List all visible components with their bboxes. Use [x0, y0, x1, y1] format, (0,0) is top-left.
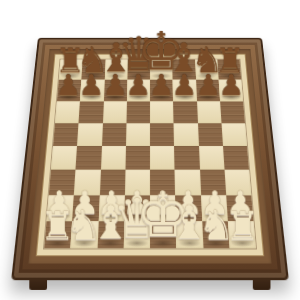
- square-d5[interactable]: [126, 123, 150, 146]
- square-g5[interactable]: [198, 123, 223, 146]
- board-walnut-margin: ♜♞♝♛♚♝♞♜♟♟♟♟♟♟♟♟♟♟♟♟♟♟♟♟♜♞♝♛♚♝♞♜: [28, 49, 271, 263]
- square-b7[interactable]: ♟: [80, 80, 104, 101]
- square-h1[interactable]: ♜: [228, 221, 256, 248]
- square-a4[interactable]: [51, 146, 77, 170]
- square-c4[interactable]: [100, 146, 125, 170]
- square-g7[interactable]: ♟: [196, 80, 220, 101]
- square-g6[interactable]: [197, 101, 222, 123]
- board-frame: ♜♞♝♛♚♝♞♜♟♟♟♟♟♟♟♟♟♟♟♟♟♟♟♟♜♞♝♛♚♝♞♜: [11, 38, 289, 280]
- square-e5[interactable]: [150, 123, 174, 146]
- square-h5[interactable]: [221, 123, 247, 146]
- square-b6[interactable]: [79, 101, 104, 123]
- square-a5[interactable]: [53, 123, 79, 146]
- square-c6[interactable]: [102, 101, 126, 123]
- square-f4[interactable]: [174, 146, 199, 170]
- board-grid: ♜♞♝♛♚♝♞♜♟♟♟♟♟♟♟♟♟♟♟♟♟♟♟♟♜♞♝♛♚♝♞♜: [43, 59, 257, 250]
- square-h7[interactable]: ♟: [218, 80, 243, 101]
- square-e4[interactable]: [150, 146, 175, 170]
- square-f7[interactable]: ♟: [173, 80, 197, 101]
- square-f5[interactable]: [174, 123, 199, 146]
- square-c5[interactable]: [102, 123, 127, 146]
- square-c7[interactable]: ♟: [103, 80, 127, 101]
- product-photo-scene: ♜♞♝♛♚♝♞♜♟♟♟♟♟♟♟♟♟♟♟♟♟♟♟♟♜♞♝♛♚♝♞♜: [0, 0, 300, 300]
- piece-black-pawn[interactable]: ♟: [172, 71, 198, 100]
- square-e6[interactable]: [150, 101, 174, 123]
- piece-black-pawn[interactable]: ♟: [195, 71, 221, 100]
- square-d4[interactable]: [125, 146, 150, 170]
- board-maple-border: ♜♞♝♛♚♝♞♜♟♟♟♟♟♟♟♟♟♟♟♟♟♟♟♟♜♞♝♛♚♝♞♜: [36, 54, 265, 257]
- piece-black-pawn[interactable]: ♟: [79, 71, 105, 100]
- square-d7[interactable]: ♟: [127, 80, 150, 101]
- square-e7[interactable]: ♟: [150, 80, 173, 101]
- square-g4[interactable]: [199, 146, 225, 170]
- square-h4[interactable]: [223, 146, 249, 170]
- chess-board: ♜♞♝♛♚♝♞♜♟♟♟♟♟♟♟♟♟♟♟♟♟♟♟♟♜♞♝♛♚♝♞♜: [11, 38, 289, 280]
- square-a6[interactable]: [55, 101, 80, 123]
- square-f6[interactable]: [173, 101, 197, 123]
- square-d6[interactable]: [126, 101, 150, 123]
- piece-black-pawn[interactable]: ♟: [218, 71, 244, 100]
- piece-black-pawn[interactable]: ♟: [102, 71, 128, 100]
- square-b4[interactable]: [76, 146, 102, 170]
- square-h6[interactable]: [220, 101, 245, 123]
- piece-black-pawn[interactable]: ♟: [125, 71, 151, 100]
- piece-white-rook[interactable]: ♜: [225, 207, 260, 246]
- square-b5[interactable]: [77, 123, 102, 146]
